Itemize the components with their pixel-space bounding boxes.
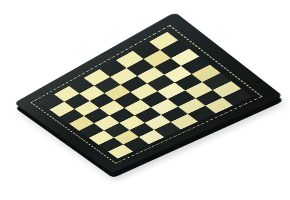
playing-area bbox=[39, 32, 251, 159]
chess-board bbox=[14, 12, 283, 173]
product-photo-background bbox=[0, 0, 290, 200]
